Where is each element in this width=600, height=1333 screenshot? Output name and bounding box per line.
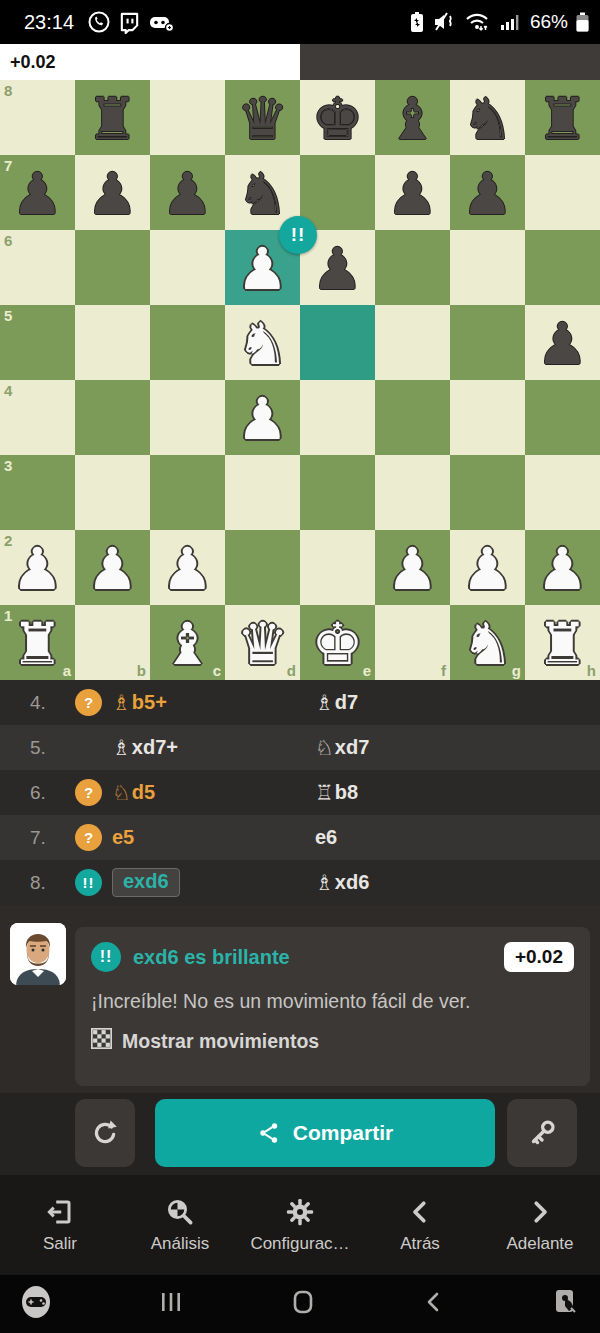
square-h4[interactable]: [525, 380, 600, 455]
game-tools-icon[interactable]: [18, 1284, 54, 1324]
move-row-5: 5.♗xd7+♘xd7: [0, 725, 600, 770]
piece-figurine-icon: ♗: [112, 691, 131, 715]
piece-white-knight: ♞: [450, 605, 525, 680]
square-e1[interactable]: ♚e: [300, 605, 375, 680]
nav-back[interactable]: Atrás: [360, 1197, 480, 1254]
piece-black-pawn: ♟: [75, 155, 150, 230]
move-text: exd6: [112, 868, 180, 897]
edge-panel-icon[interactable]: [550, 1286, 582, 1322]
piece-white-pawn: ♟: [450, 530, 525, 605]
file-label-b: b: [137, 662, 146, 679]
square-f1[interactable]: f: [375, 605, 450, 680]
rank-label-6: 6: [4, 232, 12, 249]
action-bar: Compartir: [0, 1093, 600, 1175]
square-b6[interactable]: [75, 230, 150, 305]
square-e4[interactable]: [300, 380, 375, 455]
square-b1[interactable]: b: [75, 605, 150, 680]
square-f4[interactable]: [375, 380, 450, 455]
square-g3[interactable]: [450, 455, 525, 530]
key-button[interactable]: [507, 1099, 577, 1167]
move-text: ♘d5: [112, 781, 155, 805]
move-number: 6.: [0, 782, 75, 804]
rank-label-2: 2: [4, 532, 12, 549]
game-launcher-icon: [148, 10, 175, 34]
file-label-c: c: [213, 662, 221, 679]
black-move-7[interactable]: e6: [310, 826, 600, 849]
square-b3[interactable]: [75, 455, 150, 530]
home-icon[interactable]: [288, 1287, 318, 1321]
square-h3[interactable]: [525, 455, 600, 530]
piece-white-knight: ♞: [225, 305, 300, 380]
white-move-6[interactable]: ?♘d5: [75, 779, 310, 806]
white-move-7[interactable]: ?e5: [75, 824, 310, 851]
nav-forward[interactable]: Adelante: [480, 1197, 600, 1254]
show-moves-label: Mostrar movimientos: [122, 1030, 319, 1053]
chess-app: 23:14 66%: [0, 0, 600, 1333]
piece-white-pawn: ♟: [225, 380, 300, 455]
square-c3[interactable]: [150, 455, 225, 530]
evaluation-bar-black: [300, 44, 600, 80]
piece-white-pawn: ♟: [150, 530, 225, 605]
mistake-badge-icon: ?: [75, 689, 102, 716]
square-d4[interactable]: ♟: [225, 380, 300, 455]
rank-label-8: 8: [4, 82, 12, 99]
rank-label-4: 4: [4, 382, 12, 399]
piece-figurine-icon: ♗: [315, 691, 334, 715]
evaluation-pill: +0.02: [504, 942, 574, 972]
piece-black-king: ♚: [300, 80, 375, 155]
clock-time: 23:14: [24, 11, 74, 34]
square-g1[interactable]: ♞g: [450, 605, 525, 680]
rank-label-7: 7: [4, 157, 12, 174]
analysis-title: exd6 es brillante: [133, 946, 492, 969]
move-text: ♘xd7: [315, 736, 369, 760]
move-row-7: 7.?e5e6: [0, 815, 600, 860]
retry-button[interactable]: [75, 1099, 135, 1167]
show-moves-link[interactable]: Mostrar movimientos: [91, 1028, 574, 1054]
square-d5[interactable]: ♞: [225, 305, 300, 380]
nav-settings-label: Configurac…: [250, 1234, 349, 1254]
square-e3[interactable]: [300, 455, 375, 530]
piece-white-king: ♚: [300, 605, 375, 680]
piece-white-pawn: ♟: [75, 530, 150, 605]
file-label-d: d: [287, 662, 296, 679]
square-f5[interactable]: [375, 305, 450, 380]
analysis-card: !! exd6 es brillante +0.02 ¡Increíble! N…: [75, 927, 590, 1086]
status-bar: 23:14 66%: [0, 0, 600, 44]
file-label-a: a: [63, 662, 71, 679]
square-b8[interactable]: ♜: [75, 80, 150, 155]
black-move-4[interactable]: ♗d7: [310, 691, 600, 715]
file-label-e: e: [363, 662, 371, 679]
square-a2[interactable]: ♟2: [0, 530, 75, 605]
piece-figurine-icon: ♗: [112, 736, 131, 760]
white-move-8[interactable]: !!exd6: [75, 868, 310, 897]
move-text: e6: [315, 826, 337, 849]
move-text: ♗d7: [315, 691, 358, 715]
move-number: 4.: [0, 692, 75, 714]
piece-black-rook: ♜: [525, 80, 600, 155]
white-move-5[interactable]: ♗xd7+: [75, 734, 310, 761]
black-move-5[interactable]: ♘xd7: [310, 736, 600, 760]
square-g7[interactable]: ♟: [450, 155, 525, 230]
bottom-navigation: Salir Análisis Configurac… Atrás Adelant…: [0, 1175, 600, 1275]
selected-move-chip: exd6: [112, 868, 180, 897]
square-g5[interactable]: [450, 305, 525, 380]
chessboard-icon: [91, 1028, 112, 1054]
piece-white-rook: ♜: [525, 605, 600, 680]
square-d3[interactable]: [225, 455, 300, 530]
battery-percent: 66%: [530, 11, 568, 33]
piece-black-knight: ♞: [450, 80, 525, 155]
square-c6[interactable]: [150, 230, 225, 305]
square-a5[interactable]: 5: [0, 305, 75, 380]
chess-board: 8♜♛♚♝♞♜♟7♟♟♞♟♟6♟♟5♞♟4♟3♟2♟♟♟♟♟♜1ab♝c♛d♚e…: [0, 80, 600, 680]
wifi-arrows-icon: [464, 11, 492, 33]
square-h8[interactable]: ♜: [525, 80, 600, 155]
nav-exit[interactable]: Salir: [0, 1197, 120, 1254]
square-e2[interactable]: [300, 530, 375, 605]
square-e5[interactable]: [300, 305, 375, 380]
piece-figurine-icon: ♘: [315, 736, 334, 760]
nav-analysis-label: Análisis: [151, 1234, 210, 1254]
nav-exit-label: Salir: [43, 1234, 77, 1254]
file-label-f: f: [441, 662, 446, 679]
square-c4[interactable]: [150, 380, 225, 455]
piece-white-pawn: ♟: [375, 530, 450, 605]
square-h2[interactable]: ♟: [525, 530, 600, 605]
square-h5[interactable]: ♟: [525, 305, 600, 380]
back-icon[interactable]: [420, 1288, 448, 1320]
badge-spacer: [75, 734, 102, 761]
square-e7[interactable]: [300, 155, 375, 230]
mistake-badge-icon: ?: [75, 824, 102, 851]
square-h6[interactable]: [525, 230, 600, 305]
square-a6[interactable]: 6: [0, 230, 75, 305]
twitch-icon: [118, 11, 141, 34]
move-row-8: 8.!!exd6♗xd6: [0, 860, 600, 905]
piece-black-pawn: ♟: [450, 155, 525, 230]
piece-black-pawn: ♟: [525, 305, 600, 380]
square-d2[interactable]: [225, 530, 300, 605]
move-text: ♗b5+: [112, 691, 167, 715]
square-d1[interactable]: ♛d: [225, 605, 300, 680]
piece-white-rook: ♜: [0, 605, 75, 680]
piece-figurine-icon: ♖: [315, 781, 334, 805]
share-button[interactable]: Compartir: [155, 1099, 495, 1167]
square-c1[interactable]: ♝c: [150, 605, 225, 680]
brilliant-badge-icon: !!: [75, 869, 102, 896]
square-a4[interactable]: 4: [0, 380, 75, 455]
square-d8[interactable]: ♛: [225, 80, 300, 155]
square-f7[interactable]: ♟: [375, 155, 450, 230]
file-label-h: h: [587, 662, 596, 679]
square-c5[interactable]: [150, 305, 225, 380]
square-b7[interactable]: ♟: [75, 155, 150, 230]
square-b2[interactable]: ♟: [75, 530, 150, 605]
piece-black-rook: ♜: [75, 80, 150, 155]
square-b4[interactable]: [75, 380, 150, 455]
black-move-6[interactable]: ♖b8: [310, 781, 600, 805]
square-f8[interactable]: ♝: [375, 80, 450, 155]
rank-label-1: 1: [4, 607, 12, 624]
move-row-4: 4.?♗b5+♗d7: [0, 680, 600, 725]
move-text: e5: [112, 826, 134, 849]
nav-settings[interactable]: Configurac…: [240, 1197, 360, 1254]
brilliant-move-board-badge: !!: [279, 216, 317, 254]
square-h1[interactable]: ♜h: [525, 605, 600, 680]
nav-forward-label: Adelante: [506, 1234, 573, 1254]
square-a3[interactable]: 3: [0, 455, 75, 530]
analysis-description: ¡Increíble! No es un movimiento fácil de…: [91, 990, 574, 1013]
battery-icon: [575, 11, 590, 33]
square-e8[interactable]: ♚: [300, 80, 375, 155]
square-a1[interactable]: ♜1a: [0, 605, 75, 680]
move-row-6: 6.?♘d5♖b8: [0, 770, 600, 815]
square-f3[interactable]: [375, 455, 450, 530]
move-text: ♖b8: [315, 781, 358, 805]
piece-black-pawn: ♟: [0, 155, 75, 230]
square-g8[interactable]: ♞: [450, 80, 525, 155]
mistake-badge-icon: ?: [75, 779, 102, 806]
piece-white-bishop: ♝: [150, 605, 225, 680]
nav-back-label: Atrás: [400, 1234, 440, 1254]
square-a7[interactable]: ♟7: [0, 155, 75, 230]
rank-label-3: 3: [4, 457, 12, 474]
square-h7[interactable]: [525, 155, 600, 230]
evaluation-value: +0.02: [0, 52, 56, 73]
move-number: 8.: [0, 872, 75, 894]
square-g4[interactable]: [450, 380, 525, 455]
piece-figurine-icon: ♗: [315, 871, 334, 895]
evaluation-bar: +0.02: [0, 44, 600, 80]
piece-black-bishop: ♝: [375, 80, 450, 155]
move-classification-badge: !!: [75, 869, 102, 896]
mute-icon: [432, 11, 457, 33]
share-label: Compartir: [293, 1121, 393, 1145]
piece-figurine-icon: ♘: [112, 781, 131, 805]
move-number: 7.: [0, 827, 75, 849]
piece-white-pawn: ♟: [525, 530, 600, 605]
square-c7[interactable]: ♟: [150, 155, 225, 230]
move-text: ♗xd7+: [112, 736, 178, 760]
square-b5[interactable]: [75, 305, 150, 380]
android-navigation-bar: [0, 1275, 600, 1333]
move-classification-badge: ?: [75, 689, 102, 716]
nav-analysis[interactable]: Análisis: [120, 1197, 240, 1254]
move-text: ♗xd6: [315, 871, 369, 895]
square-f6[interactable]: [375, 230, 450, 305]
white-move-4[interactable]: ?♗b5+: [75, 689, 310, 716]
file-label-g: g: [512, 662, 521, 679]
piece-black-pawn: ♟: [375, 155, 450, 230]
evaluation-bar-white: +0.02: [0, 44, 300, 80]
piece-black-queen: ♛: [225, 80, 300, 155]
move-number: 5.: [0, 737, 75, 759]
piece-black-pawn: ♟: [150, 155, 225, 230]
battery-saver-icon: [409, 11, 425, 33]
analysis-panel: !! exd6 es brillante +0.02 ¡Increíble! N…: [0, 905, 600, 1093]
signal-icon: [499, 12, 523, 32]
square-g6[interactable]: [450, 230, 525, 305]
rank-label-5: 5: [4, 307, 12, 324]
square-g2[interactable]: ♟: [450, 530, 525, 605]
recent-apps-icon[interactable]: [156, 1287, 186, 1321]
square-f2[interactable]: ♟: [375, 530, 450, 605]
move-list: 4.?♗b5+♗d75.♗xd7+♘xd76.?♘d5♖b87.?e5e68.!…: [0, 680, 600, 905]
square-c2[interactable]: ♟: [150, 530, 225, 605]
avatar[interactable]: [10, 923, 66, 985]
black-move-8[interactable]: ♗xd6: [310, 871, 600, 895]
move-classification-badge: ?: [75, 779, 102, 806]
square-a8[interactable]: 8: [0, 80, 75, 155]
move-classification-badge: ?: [75, 824, 102, 851]
brilliant-badge-icon: !!: [91, 942, 121, 972]
whatsapp-icon: [87, 10, 111, 34]
piece-white-queen: ♛: [225, 605, 300, 680]
square-c8[interactable]: [150, 80, 225, 155]
piece-white-pawn: ♟: [0, 530, 75, 605]
